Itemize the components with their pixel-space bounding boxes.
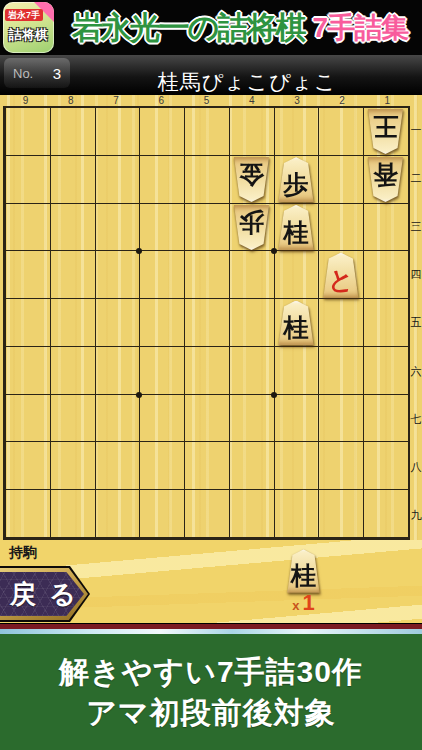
- back-button-face: 戻る: [0, 572, 84, 616]
- puzzle-bar: No. 3 桂馬ぴょこぴょこ: [0, 55, 422, 95]
- rank-labels: 一二三四五六七八九: [410, 106, 422, 540]
- app-icon: 岩永7手 詰将棋: [3, 2, 54, 53]
- board-piece-歩-4三[interactable]: 歩: [229, 204, 274, 252]
- file-label-6: 6: [139, 95, 184, 106]
- hoshi-dot: [271, 392, 277, 398]
- puzzle-number-label: No.: [13, 66, 33, 81]
- hoshi-dot: [136, 392, 142, 398]
- file-label-2: 2: [320, 95, 365, 106]
- hand-count-times: x: [292, 598, 299, 613]
- puzzle-number-value: 3: [53, 65, 61, 82]
- piece-glyph: 香: [373, 157, 398, 187]
- rank-label-9: 九: [410, 492, 422, 540]
- puzzle-number-box: No. 3: [4, 58, 70, 88]
- icon-badge: 岩永7手: [5, 9, 43, 21]
- puzzle-title: 桂馬ぴょこぴょこ: [72, 68, 422, 96]
- back-button[interactable]: 戻る: [0, 566, 90, 622]
- hand-piece-glyph: 桂: [291, 563, 316, 593]
- file-labels: 987654321: [3, 95, 410, 106]
- hand-area: 持駒 桂 x1 戻る: [0, 540, 422, 623]
- hand-count-value: 1: [302, 590, 314, 615]
- board-zone: 987654321 王香金歩歩桂と桂 一二三四五六七八九: [0, 95, 422, 540]
- rank-label-5: 五: [410, 299, 422, 347]
- app-header: 岩永7手 詰将棋 岩永光一の詰将棋 7手詰集: [0, 0, 422, 55]
- rank-label-2: 二: [410, 154, 422, 202]
- rank-label-6: 六: [410, 347, 422, 395]
- board-piece-香-1二[interactable]: 香: [363, 156, 408, 204]
- piece-glyph: 歩: [239, 205, 264, 235]
- file-label-4: 4: [229, 95, 274, 106]
- piece-glyph: 桂: [284, 220, 309, 250]
- rank-label-4: 四: [410, 251, 422, 299]
- file-label-8: 8: [48, 95, 93, 106]
- rank-label-1: 一: [410, 106, 422, 154]
- hand-label: 持駒: [9, 544, 37, 562]
- promo-banner-line1: 解きやすい7手詰30作: [59, 651, 363, 692]
- board-piece-と-2四[interactable]: と: [318, 251, 363, 299]
- hand-piece-knight[interactable]: 桂: [283, 548, 324, 594]
- board-piece-桂-3五[interactable]: 桂: [274, 299, 319, 347]
- board-piece-金-4二[interactable]: 金: [229, 156, 274, 204]
- hoshi-dot: [136, 248, 142, 254]
- piece-glyph: 歩: [284, 172, 309, 202]
- board-piece-歩-3二[interactable]: 歩: [274, 156, 319, 204]
- app-title: 岩永光一の詰将棋 7手詰集: [62, 6, 418, 50]
- piece-glyph: 王: [373, 109, 398, 139]
- hand-piece-count: x1: [283, 592, 324, 617]
- piece-glyph: と: [328, 268, 354, 298]
- board-piece-王-1一[interactable]: 王: [363, 108, 408, 156]
- piece-glyph: 桂: [284, 315, 309, 345]
- app-screen: 岩永7手 詰将棋 岩永光一の詰将棋 7手詰集 No. 3 桂馬ぴょこぴょこ 98…: [0, 0, 422, 750]
- rank-label-3: 三: [410, 202, 422, 250]
- rank-label-7: 七: [410, 395, 422, 443]
- board-piece-桂-3三[interactable]: 桂: [274, 204, 319, 252]
- app-title-sub: 7手詰集: [313, 9, 409, 47]
- shogi-board[interactable]: 王香金歩歩桂と桂: [3, 106, 410, 540]
- file-label-5: 5: [184, 95, 229, 106]
- promo-banner: 解きやすい7手詰30作 アマ初段前後対象: [0, 634, 422, 750]
- app-title-main: 岩永光一の詰将棋: [72, 7, 305, 49]
- file-label-1: 1: [365, 95, 410, 106]
- rank-label-8: 八: [410, 444, 422, 492]
- board-grid-lines: [5, 108, 408, 538]
- promo-banner-line2: アマ初段前後対象: [86, 692, 335, 733]
- file-label-3: 3: [274, 95, 319, 106]
- icon-title: 詰将棋: [3, 26, 54, 44]
- file-label-9: 9: [3, 95, 48, 106]
- piece-glyph: 金: [239, 157, 264, 187]
- file-label-7: 7: [93, 95, 138, 106]
